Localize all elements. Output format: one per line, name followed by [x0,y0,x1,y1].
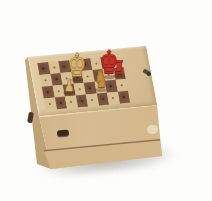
pieces-layer: ♚♟♞♚♜ [0,0,212,201]
photo-scene: ♚♟♞♚♜ [0,0,212,201]
white-knight[interactable]: ♞ [94,67,107,91]
white-pawn[interactable]: ♟ [64,77,73,94]
